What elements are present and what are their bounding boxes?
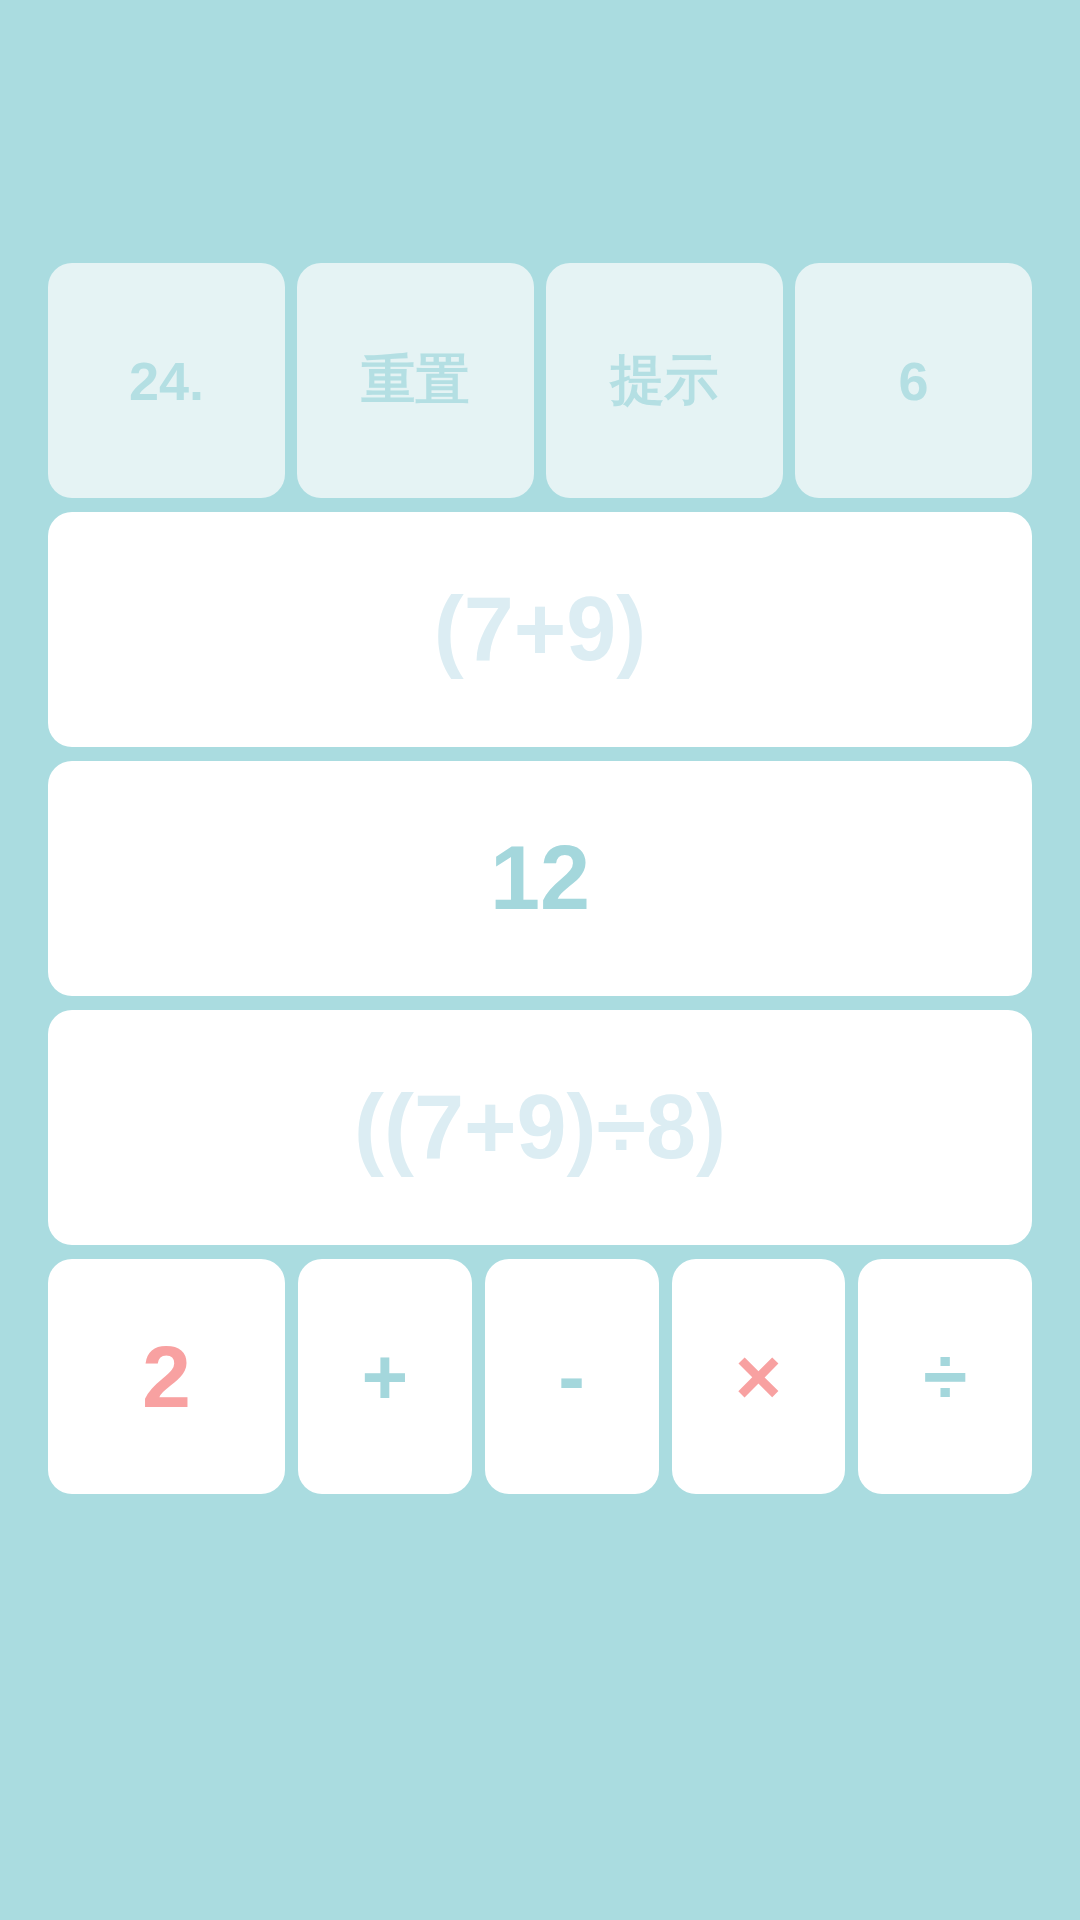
hint-button[interactable]: 提示 [546,263,783,498]
number-card-6[interactable]: 6 [795,263,1032,498]
hint-expression-slot-2: ((7+9)÷8) [48,1010,1032,1245]
plus-button[interactable]: + [298,1259,472,1494]
bottom-row: 2 + - × ÷ [48,1259,1032,1494]
divide-button[interactable]: ÷ [858,1259,1032,1494]
target-display: 24. [48,263,285,498]
game-board: 24. 重置 提示 6 (7+9) 12 ((7+9)÷8) 2 + - × ÷ [48,263,1032,1494]
top-row: 24. 重置 提示 6 [48,263,1032,498]
multiply-button[interactable]: × [672,1259,846,1494]
minus-button[interactable]: - [485,1259,659,1494]
number-card-2[interactable]: 2 [48,1259,285,1494]
reset-button[interactable]: 重置 [297,263,534,498]
number-card-12[interactable]: 12 [48,761,1032,996]
hint-expression-slot-1: (7+9) [48,512,1032,747]
